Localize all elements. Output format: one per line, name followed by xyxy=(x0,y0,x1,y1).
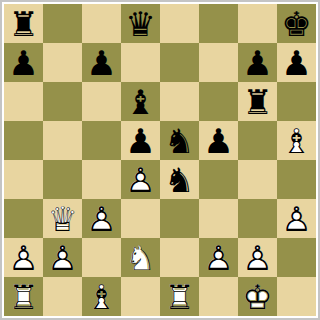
piece-black-king: ♚ xyxy=(277,4,316,43)
piece-white-pawn: ♟♙ xyxy=(277,199,316,238)
square-c5[interactable] xyxy=(82,121,121,160)
piece-white-rook: ♜♖ xyxy=(160,277,199,316)
square-e6[interactable] xyxy=(160,82,199,121)
square-c1[interactable]: ♝♗ xyxy=(82,277,121,316)
white-pawn-outline: ♙ xyxy=(82,199,121,238)
square-e2[interactable] xyxy=(160,238,199,277)
piece-white-pawn: ♟♙ xyxy=(82,199,121,238)
square-g1[interactable]: ♚♔ xyxy=(238,277,277,316)
piece-black-bishop: ♝ xyxy=(121,82,160,121)
white-bishop-outline: ♗ xyxy=(277,121,316,160)
square-h1[interactable] xyxy=(277,277,316,316)
square-g4[interactable] xyxy=(238,160,277,199)
square-g5[interactable] xyxy=(238,121,277,160)
square-a6[interactable] xyxy=(4,82,43,121)
white-pawn-outline: ♙ xyxy=(238,238,277,277)
white-pawn-outline: ♙ xyxy=(277,199,316,238)
black-pawn-glyph: ♟ xyxy=(277,43,316,82)
square-h5[interactable]: ♝♗ xyxy=(277,121,316,160)
chess-board: ♜♛♚♟♟♟♟♝♜♟♞♟♝♗♟♙♞♛♕♟♙♟♙♟♙♟♙♞♘♟♙♟♙♜♖♝♗♜♖♚… xyxy=(4,4,316,316)
piece-white-pawn: ♟♙ xyxy=(121,160,160,199)
white-queen-outline: ♕ xyxy=(43,199,82,238)
white-pawn-outline: ♙ xyxy=(4,238,43,277)
square-f7[interactable] xyxy=(199,43,238,82)
square-g6[interactable]: ♜ xyxy=(238,82,277,121)
piece-black-pawn: ♟ xyxy=(277,43,316,82)
square-e1[interactable]: ♜♖ xyxy=(160,277,199,316)
square-h3[interactable]: ♟♙ xyxy=(277,199,316,238)
square-a2[interactable]: ♟♙ xyxy=(4,238,43,277)
square-g8[interactable] xyxy=(238,4,277,43)
square-d4[interactable]: ♟♙ xyxy=(121,160,160,199)
square-a5[interactable] xyxy=(4,121,43,160)
piece-black-knight: ♞ xyxy=(160,121,199,160)
square-d5[interactable]: ♟ xyxy=(121,121,160,160)
piece-white-queen: ♛♕ xyxy=(43,199,82,238)
white-king-outline: ♔ xyxy=(238,277,277,316)
piece-black-rook: ♜ xyxy=(238,82,277,121)
square-c2[interactable] xyxy=(82,238,121,277)
white-rook-outline: ♖ xyxy=(4,277,43,316)
black-pawn-glyph: ♟ xyxy=(238,43,277,82)
square-d8[interactable]: ♛ xyxy=(121,4,160,43)
square-a8[interactable]: ♜ xyxy=(4,4,43,43)
square-b3[interactable]: ♛♕ xyxy=(43,199,82,238)
black-bishop-glyph: ♝ xyxy=(121,82,160,121)
square-c8[interactable] xyxy=(82,4,121,43)
square-b1[interactable] xyxy=(43,277,82,316)
square-a7[interactable]: ♟ xyxy=(4,43,43,82)
square-g2[interactable]: ♟♙ xyxy=(238,238,277,277)
square-e8[interactable] xyxy=(160,4,199,43)
square-f8[interactable] xyxy=(199,4,238,43)
square-f1[interactable] xyxy=(199,277,238,316)
piece-black-pawn: ♟ xyxy=(238,43,277,82)
black-knight-glyph: ♞ xyxy=(160,160,199,199)
square-a4[interactable] xyxy=(4,160,43,199)
square-f4[interactable] xyxy=(199,160,238,199)
square-b8[interactable] xyxy=(43,4,82,43)
piece-white-pawn: ♟♙ xyxy=(238,238,277,277)
square-f6[interactable] xyxy=(199,82,238,121)
square-h4[interactable] xyxy=(277,160,316,199)
white-rook-outline: ♖ xyxy=(160,277,199,316)
piece-black-pawn: ♟ xyxy=(121,121,160,160)
white-knight-outline: ♘ xyxy=(121,238,160,277)
square-f5[interactable]: ♟ xyxy=(199,121,238,160)
black-pawn-glyph: ♟ xyxy=(82,43,121,82)
white-pawn-outline: ♙ xyxy=(199,238,238,277)
square-d1[interactable] xyxy=(121,277,160,316)
square-d2[interactable]: ♞♘ xyxy=(121,238,160,277)
square-b5[interactable] xyxy=(43,121,82,160)
square-c3[interactable]: ♟♙ xyxy=(82,199,121,238)
chess-board-frame: ♜♛♚♟♟♟♟♝♜♟♞♟♝♗♟♙♞♛♕♟♙♟♙♟♙♟♙♞♘♟♙♟♙♜♖♝♗♜♖♚… xyxy=(0,0,320,320)
piece-black-rook: ♜ xyxy=(4,4,43,43)
piece-white-rook: ♜♖ xyxy=(4,277,43,316)
white-pawn-outline: ♙ xyxy=(43,238,82,277)
square-e7[interactable] xyxy=(160,43,199,82)
square-a1[interactable]: ♜♖ xyxy=(4,277,43,316)
piece-black-pawn: ♟ xyxy=(82,43,121,82)
piece-white-pawn: ♟♙ xyxy=(43,238,82,277)
white-pawn-outline: ♙ xyxy=(121,160,160,199)
square-b6[interactable] xyxy=(43,82,82,121)
square-a3[interactable] xyxy=(4,199,43,238)
square-g3[interactable] xyxy=(238,199,277,238)
piece-white-pawn: ♟♙ xyxy=(199,238,238,277)
square-e3[interactable] xyxy=(160,199,199,238)
square-d6[interactable]: ♝ xyxy=(121,82,160,121)
black-king-glyph: ♚ xyxy=(277,4,316,43)
piece-white-king: ♚♔ xyxy=(238,277,277,316)
square-b7[interactable] xyxy=(43,43,82,82)
black-knight-glyph: ♞ xyxy=(160,121,199,160)
square-b2[interactable]: ♟♙ xyxy=(43,238,82,277)
square-h6[interactable] xyxy=(277,82,316,121)
black-queen-glyph: ♛ xyxy=(121,4,160,43)
square-f2[interactable]: ♟♙ xyxy=(199,238,238,277)
piece-white-bishop: ♝♗ xyxy=(82,277,121,316)
square-e4[interactable]: ♞ xyxy=(160,160,199,199)
black-rook-glyph: ♜ xyxy=(238,82,277,121)
piece-black-pawn: ♟ xyxy=(4,43,43,82)
piece-white-bishop: ♝♗ xyxy=(277,121,316,160)
piece-white-pawn: ♟♙ xyxy=(4,238,43,277)
square-c7[interactable]: ♟ xyxy=(82,43,121,82)
piece-black-knight: ♞ xyxy=(160,160,199,199)
square-h2[interactable] xyxy=(277,238,316,277)
square-h7[interactable]: ♟ xyxy=(277,43,316,82)
black-rook-glyph: ♜ xyxy=(4,4,43,43)
square-c6[interactable] xyxy=(82,82,121,121)
square-d7[interactable] xyxy=(121,43,160,82)
square-e5[interactable]: ♞ xyxy=(160,121,199,160)
piece-black-queen: ♛ xyxy=(121,4,160,43)
square-b4[interactable] xyxy=(43,160,82,199)
white-bishop-outline: ♗ xyxy=(82,277,121,316)
black-pawn-glyph: ♟ xyxy=(199,121,238,160)
square-g7[interactable]: ♟ xyxy=(238,43,277,82)
black-pawn-glyph: ♟ xyxy=(4,43,43,82)
square-f3[interactable] xyxy=(199,199,238,238)
black-pawn-glyph: ♟ xyxy=(121,121,160,160)
square-d3[interactable] xyxy=(121,199,160,238)
square-h8[interactable]: ♚ xyxy=(277,4,316,43)
piece-white-knight: ♞♘ xyxy=(121,238,160,277)
piece-black-pawn: ♟ xyxy=(199,121,238,160)
square-c4[interactable] xyxy=(82,160,121,199)
